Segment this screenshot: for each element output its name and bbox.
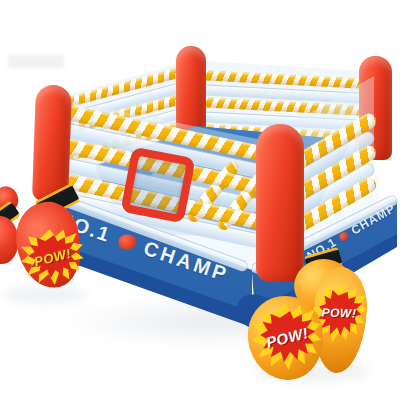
watermark-smudge xyxy=(8,55,64,68)
corner-post-front xyxy=(256,124,304,282)
boxing-glove-icon xyxy=(338,231,350,242)
entrance-frame xyxy=(120,147,195,224)
pow-sticker-left: POW! xyxy=(18,226,87,288)
pow-sticker-right-lower: POW! xyxy=(250,302,324,373)
boxing-glove-icon xyxy=(118,234,136,249)
pow-text: POW! xyxy=(15,222,90,292)
glove-shadow-left xyxy=(3,286,88,304)
pow-text: POW! xyxy=(245,297,329,378)
bouncy-boxing-ring-photo: NO.1 CHAMP NO.1 CHAMP POW! POW! POW! xyxy=(0,0,414,414)
